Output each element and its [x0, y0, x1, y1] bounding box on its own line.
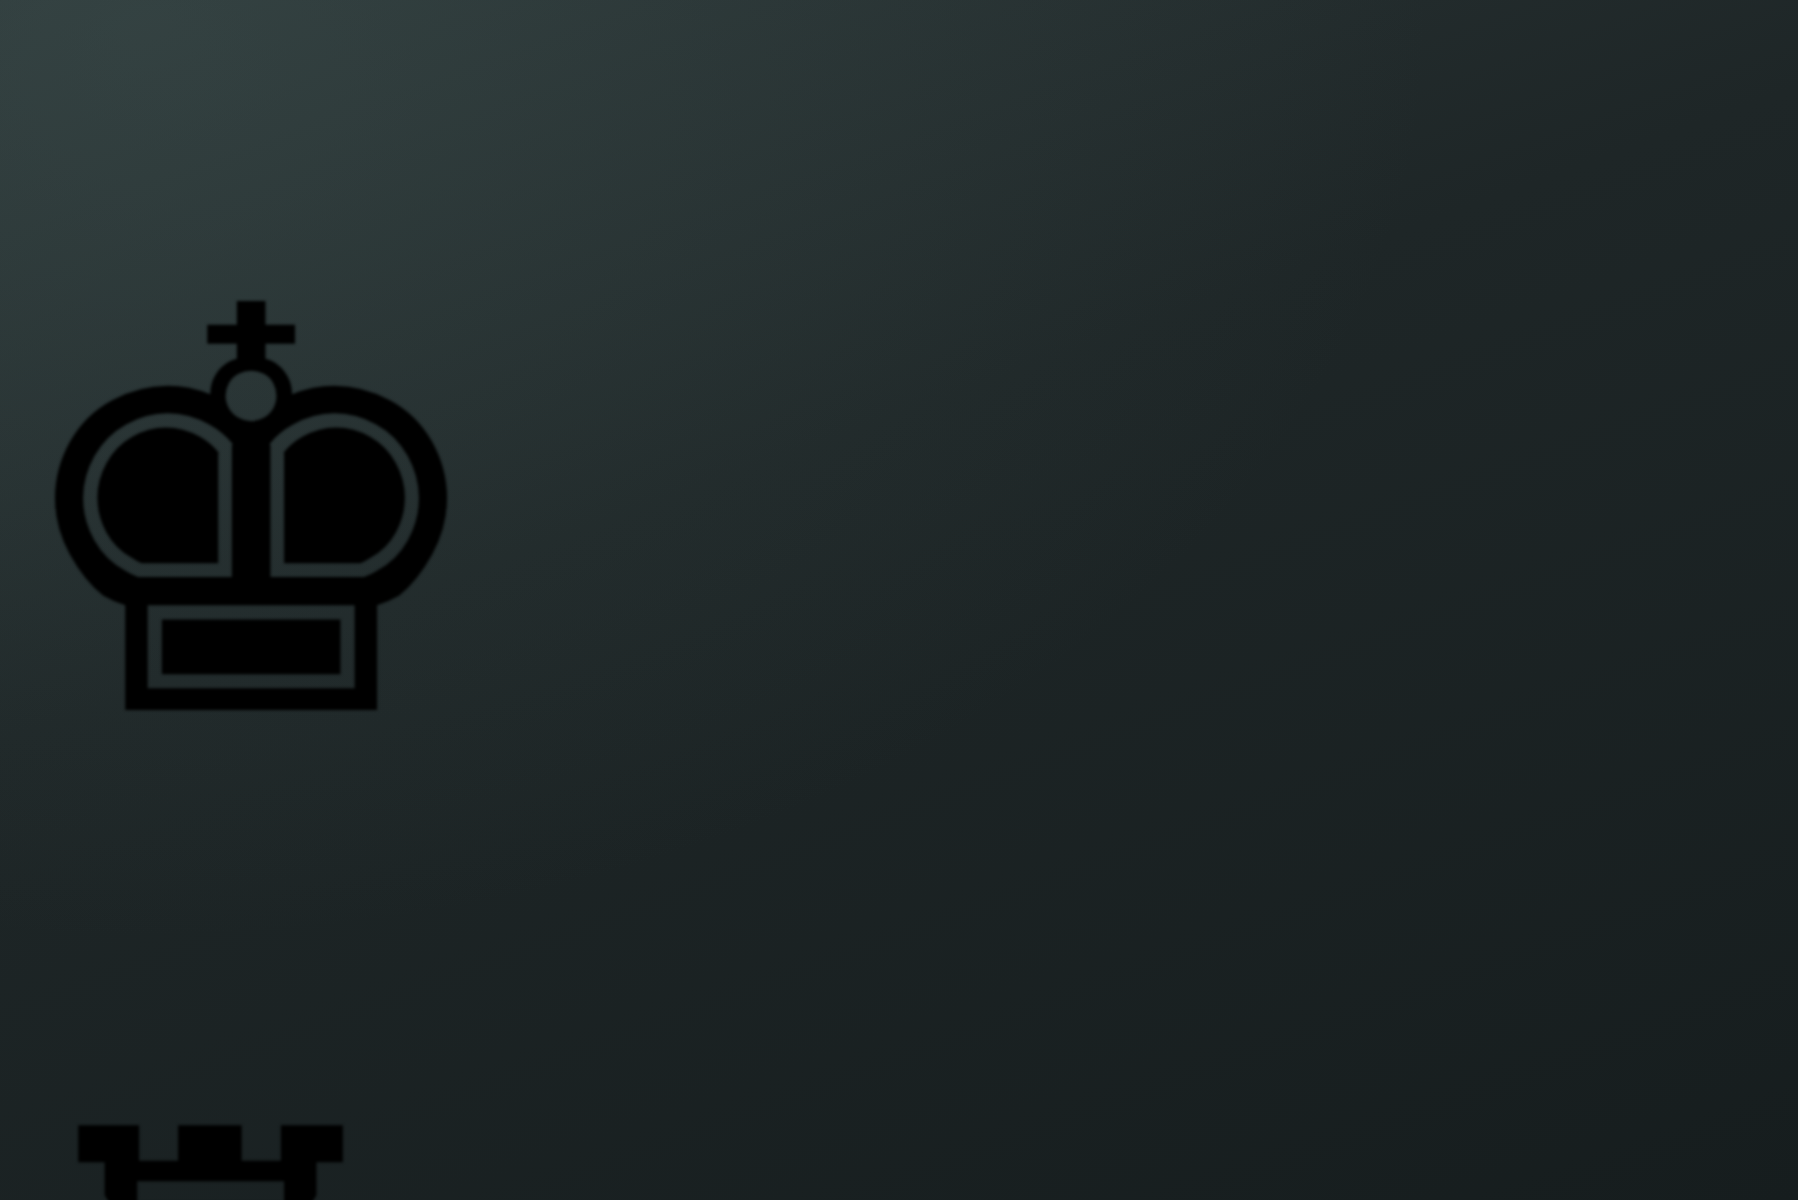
photo-of-chess-position: { "game": "chess", "scene_description": …	[0, 0, 1798, 1200]
black-rook-glyph: ♜	[0, 1032, 421, 1200]
piece-black-rook-c8[interactable]: ♜	[0, 1032, 1798, 1200]
piece-black-king-a8[interactable]: ♚	[0, 190, 1798, 842]
black-king-glyph: ♚	[0, 190, 502, 842]
